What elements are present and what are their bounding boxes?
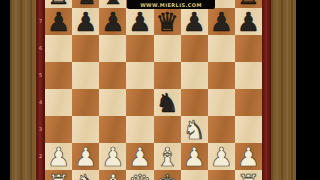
square-d4 [126, 89, 153, 116]
square-e3 [154, 116, 181, 143]
square-h3 [235, 116, 262, 143]
square-f1 [181, 170, 208, 180]
video-frame: { "game": "chess", "source_banner": { "t… [0, 0, 320, 180]
piece-white-pawn: ♟ [237, 144, 260, 171]
square-c1: ♝ [99, 170, 126, 180]
piece-white-bishop: ♝ [101, 171, 124, 180]
rank-label-4: 4 [36, 99, 45, 106]
square-f6 [181, 35, 208, 62]
piece-white-queen: ♛ [128, 171, 151, 180]
square-e7: ♛ [154, 8, 181, 35]
piece-white-knight: ♞ [183, 117, 206, 144]
square-d6 [126, 35, 153, 62]
square-b7: ♟ [72, 8, 99, 35]
watermark-banner: WWW.MIERLIS.COM [127, 0, 215, 9]
piece-white-pawn: ♟ [183, 144, 206, 171]
square-g7: ♟ [208, 8, 235, 35]
rank-label-7: 7 [36, 18, 45, 25]
square-d7: ♟ [126, 8, 153, 35]
square-b6 [72, 35, 99, 62]
piece-white-pawn: ♟ [47, 144, 70, 171]
square-a2: ♟ [45, 143, 72, 170]
wood-backdrop-right [271, 0, 296, 180]
square-a5 [45, 62, 72, 89]
square-g4 [208, 89, 235, 116]
square-b3 [72, 116, 99, 143]
watermark-text: WWW.MIERLIS.COM [140, 2, 202, 8]
square-c3 [99, 116, 126, 143]
square-c5 [99, 62, 126, 89]
square-e5 [154, 62, 181, 89]
piece-black-pawn: ♟ [237, 9, 260, 36]
square-g3 [208, 116, 235, 143]
piece-white-king: ♚ [155, 171, 178, 180]
square-a6 [45, 35, 72, 62]
square-c7: ♟ [99, 8, 126, 35]
square-b2: ♟ [72, 143, 99, 170]
square-e1: ♚ [154, 170, 181, 180]
rank-label-3: 3 [36, 126, 45, 133]
piece-white-pawn: ♟ [74, 144, 97, 171]
rank-label-5: 5 [36, 72, 45, 79]
piece-white-rook: ♜ [237, 171, 260, 180]
letterbox-left [0, 0, 10, 180]
square-e6 [154, 35, 181, 62]
square-d2: ♟ [126, 143, 153, 170]
square-a7: ♟ [45, 8, 72, 35]
square-c2: ♟ [99, 143, 126, 170]
piece-black-pawn: ♟ [74, 9, 97, 36]
square-b1: ♞ [72, 170, 99, 180]
piece-white-pawn: ♟ [128, 144, 151, 171]
piece-white-knight: ♞ [74, 171, 97, 180]
piece-white-pawn: ♟ [210, 144, 233, 171]
chess-board: ♜♞♝♚♝♜♟♟♟♟♛♟♟♟♞♞♟♟♟♟♝♟♟♟♜♞♝♛♚♜ [45, 0, 262, 180]
piece-black-pawn: ♟ [210, 9, 233, 36]
square-g1 [208, 170, 235, 180]
square-f4 [181, 89, 208, 116]
square-b5 [72, 62, 99, 89]
square-g2: ♟ [208, 143, 235, 170]
square-g6 [208, 35, 235, 62]
piece-black-pawn: ♟ [47, 9, 70, 36]
square-h1: ♜ [235, 170, 262, 180]
square-c6 [99, 35, 126, 62]
square-d1: ♛ [126, 170, 153, 180]
square-h5 [235, 62, 262, 89]
wood-backdrop-left [10, 0, 36, 180]
piece-black-knight: ♞ [155, 90, 178, 117]
rank-label-6: 6 [36, 45, 45, 52]
square-a3 [45, 116, 72, 143]
square-h4 [235, 89, 262, 116]
square-f3: ♞ [181, 116, 208, 143]
piece-white-pawn: ♟ [101, 144, 124, 171]
piece-black-pawn: ♟ [183, 9, 206, 36]
square-e2: ♝ [154, 143, 181, 170]
piece-white-bishop: ♝ [155, 144, 178, 171]
square-a1: ♜ [45, 170, 72, 180]
board-clip: ♜♞♝♚♝♜♟♟♟♟♛♟♟♟♞♞♟♟♟♟♝♟♟♟♜♞♝♛♚♜ [45, 0, 262, 180]
square-a4 [45, 89, 72, 116]
square-b4 [72, 89, 99, 116]
square-f5 [181, 62, 208, 89]
square-g5 [208, 62, 235, 89]
square-h2: ♟ [235, 143, 262, 170]
piece-white-rook: ♜ [47, 171, 70, 180]
square-f2: ♟ [181, 143, 208, 170]
square-c4 [99, 89, 126, 116]
square-d3 [126, 116, 153, 143]
piece-black-pawn: ♟ [128, 9, 151, 36]
square-f7: ♟ [181, 8, 208, 35]
rank-label-2: 2 [36, 153, 45, 160]
square-d5 [126, 62, 153, 89]
piece-black-queen: ♛ [155, 9, 178, 36]
square-h6 [235, 35, 262, 62]
square-h7: ♟ [235, 8, 262, 35]
board-frame-right [262, 0, 271, 180]
letterbox-right [296, 0, 320, 180]
piece-black-pawn: ♟ [101, 9, 124, 36]
square-e4: ♞ [154, 89, 181, 116]
